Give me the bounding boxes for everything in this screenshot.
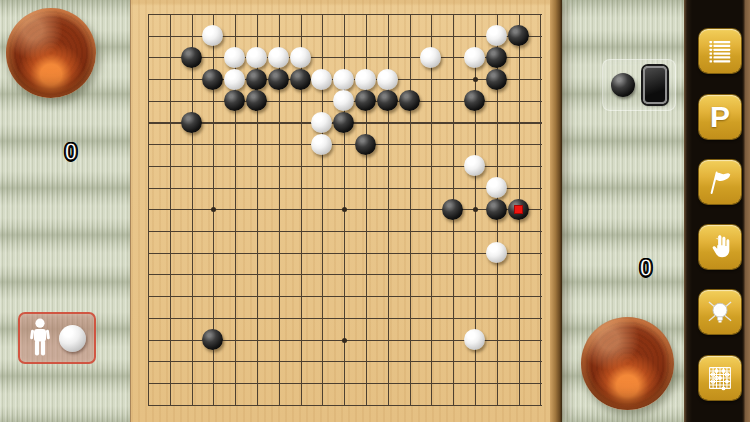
star-point xyxy=(473,77,478,82)
stone-white xyxy=(464,329,485,350)
last-move-marker xyxy=(514,205,523,214)
go-board-icon xyxy=(705,363,735,393)
menu-list-icon xyxy=(706,37,734,65)
stone-black xyxy=(486,199,507,220)
menu-button[interactable] xyxy=(699,29,741,73)
stone-white xyxy=(246,47,267,68)
stone-bowl-bottom-right xyxy=(581,317,674,410)
stone-black xyxy=(508,199,529,220)
stop-button[interactable] xyxy=(699,225,741,269)
stone-white xyxy=(333,69,354,90)
device-icon xyxy=(643,66,667,104)
star-point xyxy=(342,338,347,343)
board-surface[interactable] xyxy=(130,0,551,422)
star-point xyxy=(473,207,478,212)
stone-black xyxy=(268,69,289,90)
flag-icon xyxy=(706,168,734,196)
stone-black xyxy=(181,47,202,68)
stone-black xyxy=(442,199,463,220)
stone-white xyxy=(486,25,507,46)
person-icon xyxy=(28,318,52,358)
black-player-panel[interactable] xyxy=(602,59,676,111)
stone-black xyxy=(399,90,420,111)
toolbar: P xyxy=(684,0,750,422)
resign-button[interactable] xyxy=(699,160,741,204)
lightbulb-icon xyxy=(706,298,734,326)
stone-white xyxy=(464,47,485,68)
stone-white xyxy=(355,69,376,90)
black-stone-icon xyxy=(611,73,635,97)
stone-bowl-top-left xyxy=(6,8,96,98)
territory-button[interactable] xyxy=(699,356,741,400)
hint-button[interactable] xyxy=(699,290,741,334)
pass-button-label: P xyxy=(710,102,730,132)
white-player-panel[interactable] xyxy=(18,312,96,364)
stone-black xyxy=(181,112,202,133)
stone-black xyxy=(290,69,311,90)
go-board[interactable] xyxy=(130,0,562,422)
stone-white xyxy=(377,69,398,90)
stone-white xyxy=(486,177,507,198)
stone-black xyxy=(202,69,223,90)
white-stone-icon xyxy=(59,325,86,352)
capture-counter-right: 0 xyxy=(629,255,663,282)
stone-white xyxy=(268,47,289,68)
capture-counter-left: 0 xyxy=(54,139,88,166)
board-edge xyxy=(550,0,562,422)
stone-black xyxy=(486,69,507,90)
stone-white xyxy=(311,134,332,155)
stone-black xyxy=(377,90,398,111)
stone-white xyxy=(311,69,332,90)
hand-icon xyxy=(706,233,734,261)
stone-white xyxy=(224,69,245,90)
stone-black xyxy=(355,134,376,155)
app-screen: 0 0 xyxy=(0,0,750,422)
stone-white xyxy=(290,47,311,68)
pass-button[interactable]: P xyxy=(699,95,741,139)
stone-black xyxy=(486,47,507,68)
stone-black xyxy=(246,69,267,90)
stone-white xyxy=(486,242,507,263)
stone-white xyxy=(224,47,245,68)
stone-black xyxy=(508,25,529,46)
